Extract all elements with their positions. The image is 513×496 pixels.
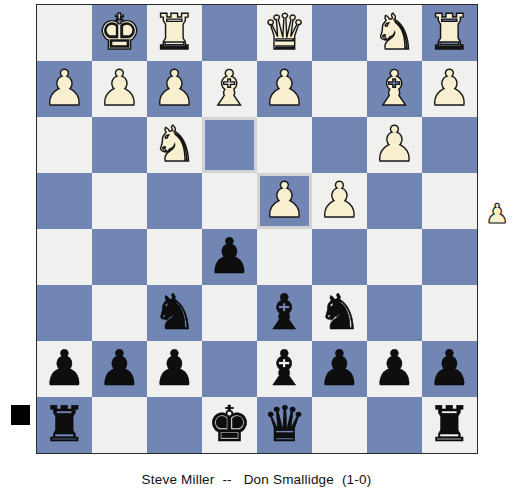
white-king-g1: ♚: [98, 8, 142, 57]
black-to-move-indicator: [11, 405, 30, 425]
square-b7[interactable]: ♟: [367, 341, 422, 397]
square-a4[interactable]: [422, 173, 477, 229]
black-knight-f6: ♞: [153, 288, 197, 337]
white-pawn-h2: ♟: [43, 64, 87, 113]
square-g7[interactable]: ♟: [92, 341, 147, 397]
square-b6[interactable]: [367, 285, 422, 341]
square-d1[interactable]: ♛: [257, 5, 312, 61]
black-pawn-a7: ♟: [428, 344, 472, 393]
black-rook-h8: ♜: [43, 400, 87, 449]
square-b1[interactable]: ♞: [367, 5, 422, 61]
square-g4[interactable]: [92, 173, 147, 229]
white-knight-f3: ♞: [153, 120, 197, 169]
white-pawn-b3: ♟: [373, 120, 417, 169]
chess-board: ♚♜♛♞♜♟♟♟♝♟♝♟♞♟♟♟♟♞♝♞♟♟♟♝♟♟♟♜♚♛♜: [36, 4, 478, 454]
white-pawn-d2: ♟: [263, 64, 307, 113]
square-e2[interactable]: ♝: [202, 61, 257, 117]
square-c7[interactable]: ♟: [312, 341, 367, 397]
square-c2[interactable]: [312, 61, 367, 117]
white-pawn-material-icon: ♟: [484, 198, 510, 228]
square-a6[interactable]: [422, 285, 477, 341]
white-pawn-g2: ♟: [98, 64, 142, 113]
square-a7[interactable]: ♟: [422, 341, 477, 397]
square-c8[interactable]: [312, 397, 367, 453]
square-h8[interactable]: ♜: [37, 397, 92, 453]
square-c5[interactable]: [312, 229, 367, 285]
square-d4[interactable]: ♟: [257, 173, 312, 229]
square-f4[interactable]: [147, 173, 202, 229]
square-h4[interactable]: [37, 173, 92, 229]
square-e6[interactable]: [202, 285, 257, 341]
square-b2[interactable]: ♝: [367, 61, 422, 117]
square-h2[interactable]: ♟: [37, 61, 92, 117]
square-e1[interactable]: [202, 5, 257, 61]
square-h5[interactable]: [37, 229, 92, 285]
square-b8[interactable]: [367, 397, 422, 453]
black-knight-c6: ♞: [318, 288, 362, 337]
square-f8[interactable]: [147, 397, 202, 453]
square-f6[interactable]: ♞: [147, 285, 202, 341]
square-e8[interactable]: ♚: [202, 397, 257, 453]
white-pawn-a2: ♟: [428, 64, 472, 113]
black-pawn-e5: ♟: [208, 232, 252, 281]
square-a2[interactable]: ♟: [422, 61, 477, 117]
square-h3[interactable]: [37, 117, 92, 173]
square-f3[interactable]: ♞: [147, 117, 202, 173]
square-d5[interactable]: [257, 229, 312, 285]
square-e5[interactable]: ♟: [202, 229, 257, 285]
square-d3[interactable]: [257, 117, 312, 173]
square-d8[interactable]: ♛: [257, 397, 312, 453]
white-queen-d1: ♛: [263, 8, 307, 57]
square-d6[interactable]: ♝: [257, 285, 312, 341]
white-rook-a1: ♜: [428, 8, 472, 57]
black-bishop-d6: ♝: [263, 288, 307, 337]
white-knight-b1: ♞: [373, 8, 417, 57]
square-e7[interactable]: [202, 341, 257, 397]
square-f5[interactable]: [147, 229, 202, 285]
white-pawn-f2: ♟: [153, 64, 197, 113]
square-c4[interactable]: ♟: [312, 173, 367, 229]
white-rook-f1: ♜: [153, 8, 197, 57]
square-a3[interactable]: [422, 117, 477, 173]
square-c6[interactable]: ♞: [312, 285, 367, 341]
square-g1[interactable]: ♚: [92, 5, 147, 61]
white-bishop-b2: ♝: [373, 64, 417, 113]
square-f2[interactable]: ♟: [147, 61, 202, 117]
square-h6[interactable]: [37, 285, 92, 341]
square-e3[interactable]: [202, 117, 257, 173]
black-king-e8: ♚: [208, 400, 252, 449]
black-queen-d8: ♛: [263, 400, 307, 449]
square-d2[interactable]: ♟: [257, 61, 312, 117]
square-g3[interactable]: [92, 117, 147, 173]
square-a5[interactable]: [422, 229, 477, 285]
black-pawn-c7: ♟: [318, 344, 362, 393]
square-g2[interactable]: ♟: [92, 61, 147, 117]
square-h7[interactable]: ♟: [37, 341, 92, 397]
square-a1[interactable]: ♜: [422, 5, 477, 61]
black-pawn-h7: ♟: [43, 344, 87, 393]
white-bishop-e2: ♝: [208, 64, 252, 113]
square-g6[interactable]: [92, 285, 147, 341]
square-g8[interactable]: [92, 397, 147, 453]
square-c1[interactable]: [312, 5, 367, 61]
white-pawn-c4: ♟: [318, 176, 362, 225]
square-b5[interactable]: [367, 229, 422, 285]
white-pawn-d4: ♟: [263, 176, 307, 225]
square-f1[interactable]: ♜: [147, 5, 202, 61]
square-b4[interactable]: [367, 173, 422, 229]
square-a8[interactable]: ♜: [422, 397, 477, 453]
chess-diagram: ♚♜♛♞♜♟♟♟♝♟♝♟♞♟♟♟♟♞♝♞♟♟♟♝♟♟♟♜♚♛♜ ♟ Steve …: [0, 0, 513, 496]
square-c3[interactable]: [312, 117, 367, 173]
black-pawn-b7: ♟: [373, 344, 417, 393]
square-f7[interactable]: ♟: [147, 341, 202, 397]
black-bishop-d7: ♝: [263, 344, 307, 393]
black-pawn-g7: ♟: [98, 344, 142, 393]
square-d7[interactable]: ♝: [257, 341, 312, 397]
square-g5[interactable]: [92, 229, 147, 285]
square-e4[interactable]: [202, 173, 257, 229]
black-rook-a8: ♜: [428, 400, 472, 449]
square-b3[interactable]: ♟: [367, 117, 422, 173]
square-h1[interactable]: [37, 5, 92, 61]
game-caption: Steve Miller -- Don Smallidge (1-0): [0, 472, 513, 487]
black-pawn-f7: ♟: [153, 344, 197, 393]
